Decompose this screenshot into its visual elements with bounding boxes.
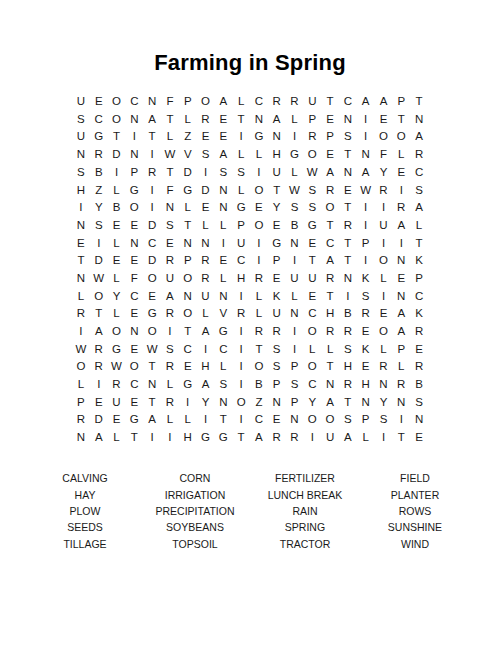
grid-cell-r2c7[interactable]: L: [179, 111, 197, 129]
grid-cell-r9c3[interactable]: L: [108, 235, 126, 253]
grid-cell-r4c2[interactable]: R: [90, 146, 108, 164]
grid-cell-r10c18[interactable]: O: [375, 252, 393, 270]
grid-cell-r4c1[interactable]: N: [72, 146, 90, 164]
grid-cell-r16c16[interactable]: H: [339, 358, 357, 376]
grid-cell-r17c7[interactable]: G: [179, 376, 197, 394]
grid-cell-r15c18[interactable]: L: [375, 341, 393, 359]
grid-cell-r10c8[interactable]: R: [197, 252, 215, 270]
grid-cell-r10c20[interactable]: K: [410, 252, 428, 270]
grid-cell-r7c10[interactable]: G: [232, 199, 250, 217]
grid-cell-r13c19[interactable]: A: [392, 305, 410, 323]
grid-cell-r20c18[interactable]: I: [375, 429, 393, 447]
grid-cell-r17c5[interactable]: N: [143, 376, 161, 394]
grid-cell-r3c7[interactable]: Z: [179, 128, 197, 146]
grid-cell-r11c3[interactable]: L: [108, 270, 126, 288]
grid-cell-r10c5[interactable]: D: [143, 252, 161, 270]
grid-cell-r14c2[interactable]: A: [90, 323, 108, 341]
grid-cell-r9c16[interactable]: T: [339, 235, 357, 253]
grid-cell-r12c2[interactable]: O: [90, 288, 108, 306]
grid-cell-r2c6[interactable]: T: [161, 111, 179, 129]
grid-cell-r19c9[interactable]: T: [214, 411, 232, 429]
grid-cell-r1c11[interactable]: C: [250, 93, 268, 111]
grid-cell-r18c19[interactable]: N: [392, 394, 410, 412]
grid-cell-r14c14[interactable]: O: [303, 323, 321, 341]
grid-cell-r15c20[interactable]: E: [410, 341, 428, 359]
grid-cell-r15c12[interactable]: S: [268, 341, 286, 359]
grid-cell-r11c6[interactable]: U: [161, 270, 179, 288]
grid-cell-r13c14[interactable]: C: [303, 305, 321, 323]
grid-cell-r16c11[interactable]: O: [250, 358, 268, 376]
grid-cell-r6c15[interactable]: R: [321, 181, 339, 199]
grid-cell-r8c7[interactable]: T: [179, 217, 197, 235]
grid-cell-r4c3[interactable]: D: [108, 146, 126, 164]
grid-cell-r19c7[interactable]: L: [179, 411, 197, 429]
grid-cell-r3c5[interactable]: T: [143, 128, 161, 146]
grid-cell-r10c4[interactable]: E: [125, 252, 143, 270]
grid-cell-r11c4[interactable]: F: [125, 270, 143, 288]
grid-cell-r2c10[interactable]: T: [232, 111, 250, 129]
grid-cell-r17c18[interactable]: N: [375, 376, 393, 394]
grid-cell-r1c8[interactable]: O: [197, 93, 215, 111]
grid-cell-r12c1[interactable]: L: [72, 288, 90, 306]
grid-cell-r19c1[interactable]: R: [72, 411, 90, 429]
grid-cell-r10c1[interactable]: T: [72, 252, 90, 270]
grid-cell-r16c14[interactable]: O: [303, 358, 321, 376]
grid-cell-r20c3[interactable]: L: [108, 429, 126, 447]
grid-cell-r10c2[interactable]: D: [90, 252, 108, 270]
grid-cell-r4c12[interactable]: H: [268, 146, 286, 164]
grid-cell-r15c11[interactable]: T: [250, 341, 268, 359]
grid-cell-r8c15[interactable]: T: [321, 217, 339, 235]
grid-cell-r6c9[interactable]: N: [214, 181, 232, 199]
grid-cell-r1c7[interactable]: P: [179, 93, 197, 111]
grid-cell-r9c4[interactable]: N: [125, 235, 143, 253]
grid-cell-r16c5[interactable]: T: [143, 358, 161, 376]
grid-cell-r19c6[interactable]: L: [161, 411, 179, 429]
grid-cell-r3c12[interactable]: N: [268, 128, 286, 146]
grid-cell-r9c10[interactable]: U: [232, 235, 250, 253]
grid-cell-r3c9[interactable]: E: [214, 128, 232, 146]
grid-cell-r16c3[interactable]: W: [108, 358, 126, 376]
grid-cell-r9c5[interactable]: C: [143, 235, 161, 253]
grid-cell-r18c20[interactable]: S: [410, 394, 428, 412]
grid-cell-r6c12[interactable]: T: [268, 181, 286, 199]
grid-cell-r1c10[interactable]: L: [232, 93, 250, 111]
grid-cell-r7c12[interactable]: Y: [268, 199, 286, 217]
grid-cell-r10c12[interactable]: P: [268, 252, 286, 270]
grid-cell-r3c4[interactable]: I: [125, 128, 143, 146]
grid-cell-r19c4[interactable]: G: [125, 411, 143, 429]
grid-cell-r20c8[interactable]: G: [197, 429, 215, 447]
grid-cell-r8c9[interactable]: L: [214, 217, 232, 235]
grid-cell-r3c11[interactable]: G: [250, 128, 268, 146]
grid-cell-r5c3[interactable]: I: [108, 164, 126, 182]
grid-cell-r20c12[interactable]: R: [268, 429, 286, 447]
grid-cell-r4c13[interactable]: G: [286, 146, 304, 164]
grid-cell-r10c16[interactable]: T: [339, 252, 357, 270]
grid-cell-r15c5[interactable]: W: [143, 341, 161, 359]
grid-cell-r6c13[interactable]: W: [286, 181, 304, 199]
grid-cell-r13c9[interactable]: V: [214, 305, 232, 323]
grid-cell-r6c4[interactable]: G: [125, 181, 143, 199]
grid-cell-r13c8[interactable]: L: [197, 305, 215, 323]
grid-cell-r1c6[interactable]: F: [161, 93, 179, 111]
grid-cell-r10c11[interactable]: I: [250, 252, 268, 270]
grid-cell-r19c10[interactable]: I: [232, 411, 250, 429]
grid-cell-r16c18[interactable]: R: [375, 358, 393, 376]
grid-cell-r11c20[interactable]: P: [410, 270, 428, 288]
grid-cell-r17c13[interactable]: S: [286, 376, 304, 394]
grid-cell-r14c17[interactable]: E: [357, 323, 375, 341]
grid-cell-r1c16[interactable]: C: [339, 93, 357, 111]
grid-cell-r12c18[interactable]: I: [375, 288, 393, 306]
grid-cell-r19c17[interactable]: P: [357, 411, 375, 429]
grid-cell-r16c13[interactable]: P: [286, 358, 304, 376]
grid-cell-r16c6[interactable]: R: [161, 358, 179, 376]
grid-cell-r6c11[interactable]: O: [250, 181, 268, 199]
grid-cell-r10c15[interactable]: A: [321, 252, 339, 270]
grid-cell-r2c9[interactable]: E: [214, 111, 232, 129]
grid-cell-r16c1[interactable]: O: [72, 358, 90, 376]
grid-cell-r4c11[interactable]: L: [250, 146, 268, 164]
grid-cell-r9c6[interactable]: E: [161, 235, 179, 253]
grid-cell-r18c13[interactable]: P: [286, 394, 304, 412]
grid-cell-r12c17[interactable]: S: [357, 288, 375, 306]
grid-cell-r8c10[interactable]: P: [232, 217, 250, 235]
grid-cell-r15c7[interactable]: C: [179, 341, 197, 359]
grid-cell-r1c4[interactable]: C: [125, 93, 143, 111]
grid-cell-r4c6[interactable]: W: [161, 146, 179, 164]
grid-cell-r5c13[interactable]: L: [286, 164, 304, 182]
grid-cell-r13c12[interactable]: U: [268, 305, 286, 323]
grid-cell-r9c14[interactable]: E: [303, 235, 321, 253]
grid-cell-r1c9[interactable]: A: [214, 93, 232, 111]
grid-cell-r10c19[interactable]: N: [392, 252, 410, 270]
grid-cell-r19c8[interactable]: I: [197, 411, 215, 429]
grid-cell-r9c9[interactable]: I: [214, 235, 232, 253]
grid-cell-r2c20[interactable]: N: [410, 111, 428, 129]
grid-cell-r8c16[interactable]: R: [339, 217, 357, 235]
grid-cell-r15c4[interactable]: E: [125, 341, 143, 359]
grid-cell-r17c4[interactable]: C: [125, 376, 143, 394]
grid-cell-r2c19[interactable]: T: [392, 111, 410, 129]
grid-cell-r3c10[interactable]: I: [232, 128, 250, 146]
grid-cell-r18c14[interactable]: Y: [303, 394, 321, 412]
grid-cell-r6c10[interactable]: L: [232, 181, 250, 199]
grid-cell-r1c12[interactable]: R: [268, 93, 286, 111]
grid-cell-r5c7[interactable]: D: [179, 164, 197, 182]
grid-cell-r15c14[interactable]: L: [303, 341, 321, 359]
grid-cell-r16c7[interactable]: E: [179, 358, 197, 376]
grid-cell-r11c7[interactable]: O: [179, 270, 197, 288]
grid-cell-r1c18[interactable]: A: [375, 93, 393, 111]
grid-cell-r3c3[interactable]: T: [108, 128, 126, 146]
grid-cell-r7c11[interactable]: E: [250, 199, 268, 217]
grid-cell-r4c14[interactable]: O: [303, 146, 321, 164]
grid-cell-r13c6[interactable]: R: [161, 305, 179, 323]
grid-cell-r19c12[interactable]: E: [268, 411, 286, 429]
grid-cell-r14c6[interactable]: I: [161, 323, 179, 341]
grid-cell-r2c11[interactable]: N: [250, 111, 268, 129]
grid-cell-r8c4[interactable]: E: [125, 217, 143, 235]
grid-cell-r4c20[interactable]: R: [410, 146, 428, 164]
grid-cell-r4c7[interactable]: V: [179, 146, 197, 164]
grid-cell-r20c2[interactable]: A: [90, 429, 108, 447]
grid-cell-r13c2[interactable]: T: [90, 305, 108, 323]
grid-cell-r18c18[interactable]: Y: [375, 394, 393, 412]
grid-cell-r15c9[interactable]: C: [214, 341, 232, 359]
grid-cell-r10c6[interactable]: R: [161, 252, 179, 270]
grid-cell-r19c5[interactable]: A: [143, 411, 161, 429]
grid-cell-r6c19[interactable]: I: [392, 181, 410, 199]
grid-cell-r10c3[interactable]: E: [108, 252, 126, 270]
grid-cell-r14c19[interactable]: A: [392, 323, 410, 341]
grid-cell-r3c1[interactable]: U: [72, 128, 90, 146]
grid-cell-r2c16[interactable]: N: [339, 111, 357, 129]
grid-cell-r16c9[interactable]: L: [214, 358, 232, 376]
grid-cell-r11c13[interactable]: U: [286, 270, 304, 288]
grid-cell-r13c17[interactable]: R: [357, 305, 375, 323]
grid-cell-r12c10[interactable]: I: [232, 288, 250, 306]
grid-cell-r8c13[interactable]: B: [286, 217, 304, 235]
grid-cell-r3c20[interactable]: A: [410, 128, 428, 146]
grid-cell-r13c3[interactable]: L: [108, 305, 126, 323]
grid-cell-r6c20[interactable]: S: [410, 181, 428, 199]
grid-cell-r4c18[interactable]: F: [375, 146, 393, 164]
grid-cell-r12c11[interactable]: L: [250, 288, 268, 306]
grid-cell-r18c10[interactable]: O: [232, 394, 250, 412]
grid-cell-r6c5[interactable]: I: [143, 181, 161, 199]
grid-cell-r18c7[interactable]: I: [179, 394, 197, 412]
grid-cell-r16c2[interactable]: R: [90, 358, 108, 376]
grid-cell-r20c17[interactable]: L: [357, 429, 375, 447]
grid-cell-r9c19[interactable]: I: [392, 235, 410, 253]
grid-cell-r8c1[interactable]: N: [72, 217, 90, 235]
grid-cell-r4c10[interactable]: L: [232, 146, 250, 164]
grid-cell-r18c5[interactable]: T: [143, 394, 161, 412]
grid-cell-r3c2[interactable]: G: [90, 128, 108, 146]
grid-cell-r20c11[interactable]: A: [250, 429, 268, 447]
grid-cell-r2c3[interactable]: O: [108, 111, 126, 129]
grid-cell-r1c20[interactable]: T: [410, 93, 428, 111]
grid-cell-r1c13[interactable]: R: [286, 93, 304, 111]
grid-cell-r11c10[interactable]: H: [232, 270, 250, 288]
grid-cell-r9c12[interactable]: G: [268, 235, 286, 253]
grid-cell-r20c19[interactable]: T: [392, 429, 410, 447]
grid-cell-r14c1[interactable]: I: [72, 323, 90, 341]
grid-cell-r17c12[interactable]: P: [268, 376, 286, 394]
grid-cell-r10c14[interactable]: T: [303, 252, 321, 270]
grid-cell-r14c10[interactable]: I: [232, 323, 250, 341]
grid-cell-r7c4[interactable]: O: [125, 199, 143, 217]
grid-cell-r19c20[interactable]: N: [410, 411, 428, 429]
grid-cell-r2c15[interactable]: E: [321, 111, 339, 129]
grid-cell-r17c1[interactable]: L: [72, 376, 90, 394]
grid-cell-r12c13[interactable]: L: [286, 288, 304, 306]
grid-cell-r8c3[interactable]: E: [108, 217, 126, 235]
grid-cell-r13c20[interactable]: K: [410, 305, 428, 323]
grid-cell-r7c15[interactable]: O: [321, 199, 339, 217]
grid-cell-r8c8[interactable]: L: [197, 217, 215, 235]
grid-cell-r6c18[interactable]: R: [375, 181, 393, 199]
grid-cell-r1c15[interactable]: T: [321, 93, 339, 111]
grid-cell-r10c13[interactable]: I: [286, 252, 304, 270]
grid-cell-r16c4[interactable]: O: [125, 358, 143, 376]
grid-cell-r19c2[interactable]: D: [90, 411, 108, 429]
grid-cell-r2c5[interactable]: A: [143, 111, 161, 129]
grid-cell-r9c2[interactable]: I: [90, 235, 108, 253]
grid-cell-r7c14[interactable]: S: [303, 199, 321, 217]
grid-cell-r13c18[interactable]: E: [375, 305, 393, 323]
grid-cell-r11c15[interactable]: R: [321, 270, 339, 288]
grid-cell-r3c13[interactable]: I: [286, 128, 304, 146]
grid-cell-r18c11[interactable]: Z: [250, 394, 268, 412]
grid-cell-r6c16[interactable]: E: [339, 181, 357, 199]
grid-cell-r4c19[interactable]: L: [392, 146, 410, 164]
grid-cell-r14c12[interactable]: R: [268, 323, 286, 341]
grid-cell-r14c3[interactable]: O: [108, 323, 126, 341]
grid-cell-r20c5[interactable]: I: [143, 429, 161, 447]
grid-cell-r7c8[interactable]: E: [197, 199, 215, 217]
grid-cell-r7c19[interactable]: R: [392, 199, 410, 217]
grid-cell-r11c2[interactable]: W: [90, 270, 108, 288]
grid-cell-r2c1[interactable]: S: [72, 111, 90, 129]
grid-cell-r17c9[interactable]: S: [214, 376, 232, 394]
grid-cell-r3c17[interactable]: I: [357, 128, 375, 146]
grid-cell-r11c9[interactable]: L: [214, 270, 232, 288]
grid-cell-r20c7[interactable]: H: [179, 429, 197, 447]
grid-cell-r18c6[interactable]: R: [161, 394, 179, 412]
grid-cell-r10c7[interactable]: P: [179, 252, 197, 270]
grid-cell-r11c17[interactable]: K: [357, 270, 375, 288]
grid-cell-r14c4[interactable]: N: [125, 323, 143, 341]
grid-cell-r12c6[interactable]: A: [161, 288, 179, 306]
grid-cell-r17c15[interactable]: N: [321, 376, 339, 394]
grid-cell-r8c11[interactable]: O: [250, 217, 268, 235]
grid-cell-r11c1[interactable]: N: [72, 270, 90, 288]
grid-cell-r4c8[interactable]: S: [197, 146, 215, 164]
grid-cell-r13c10[interactable]: R: [232, 305, 250, 323]
grid-cell-r5c17[interactable]: A: [357, 164, 375, 182]
grid-cell-r16c10[interactable]: I: [232, 358, 250, 376]
grid-cell-r18c17[interactable]: N: [357, 394, 375, 412]
grid-cell-r11c12[interactable]: E: [268, 270, 286, 288]
grid-cell-r20c20[interactable]: E: [410, 429, 428, 447]
grid-cell-r5c11[interactable]: I: [250, 164, 268, 182]
grid-cell-r5c1[interactable]: S: [72, 164, 90, 182]
grid-cell-r7c17[interactable]: I: [357, 199, 375, 217]
grid-cell-r2c2[interactable]: C: [90, 111, 108, 129]
grid-cell-r4c4[interactable]: N: [125, 146, 143, 164]
grid-cell-r12c5[interactable]: E: [143, 288, 161, 306]
grid-cell-r5c16[interactable]: N: [339, 164, 357, 182]
grid-cell-r2c18[interactable]: E: [375, 111, 393, 129]
grid-cell-r3c6[interactable]: L: [161, 128, 179, 146]
grid-cell-r17c11[interactable]: B: [250, 376, 268, 394]
grid-cell-r20c16[interactable]: A: [339, 429, 357, 447]
grid-cell-r8c14[interactable]: G: [303, 217, 321, 235]
grid-cell-r18c9[interactable]: N: [214, 394, 232, 412]
grid-cell-r12c12[interactable]: K: [268, 288, 286, 306]
grid-cell-r7c7[interactable]: L: [179, 199, 197, 217]
grid-cell-r12c15[interactable]: T: [321, 288, 339, 306]
grid-cell-r11c19[interactable]: E: [392, 270, 410, 288]
grid-cell-r19c19[interactable]: I: [392, 411, 410, 429]
grid-cell-r1c19[interactable]: P: [392, 93, 410, 111]
grid-cell-r7c20[interactable]: A: [410, 199, 428, 217]
grid-cell-r13c16[interactable]: B: [339, 305, 357, 323]
grid-cell-r2c12[interactable]: A: [268, 111, 286, 129]
grid-cell-r18c3[interactable]: U: [108, 394, 126, 412]
grid-cell-r14c18[interactable]: O: [375, 323, 393, 341]
grid-cell-r8c17[interactable]: I: [357, 217, 375, 235]
grid-cell-r5c2[interactable]: B: [90, 164, 108, 182]
grid-cell-r4c16[interactable]: T: [339, 146, 357, 164]
grid-cell-r11c11[interactable]: R: [250, 270, 268, 288]
grid-cell-r12c19[interactable]: N: [392, 288, 410, 306]
grid-cell-r15c6[interactable]: S: [161, 341, 179, 359]
grid-cell-r7c1[interactable]: I: [72, 199, 90, 217]
grid-cell-r7c2[interactable]: Y: [90, 199, 108, 217]
grid-cell-r18c4[interactable]: E: [125, 394, 143, 412]
grid-cell-r19c18[interactable]: S: [375, 411, 393, 429]
grid-cell-r12c8[interactable]: U: [197, 288, 215, 306]
grid-cell-r15c2[interactable]: R: [90, 341, 108, 359]
grid-cell-r5c20[interactable]: C: [410, 164, 428, 182]
grid-cell-r16c8[interactable]: H: [197, 358, 215, 376]
grid-cell-r6c8[interactable]: D: [197, 181, 215, 199]
grid-cell-r3c14[interactable]: R: [303, 128, 321, 146]
grid-cell-r10c9[interactable]: E: [214, 252, 232, 270]
grid-cell-r17c19[interactable]: R: [392, 376, 410, 394]
grid-cell-r14c15[interactable]: R: [321, 323, 339, 341]
grid-cell-r14c13[interactable]: I: [286, 323, 304, 341]
grid-cell-r18c15[interactable]: A: [321, 394, 339, 412]
grid-cell-r12c14[interactable]: E: [303, 288, 321, 306]
grid-cell-r20c14[interactable]: I: [303, 429, 321, 447]
grid-cell-r5c15[interactable]: A: [321, 164, 339, 182]
grid-cell-r13c1[interactable]: R: [72, 305, 90, 323]
grid-cell-r9c13[interactable]: N: [286, 235, 304, 253]
grid-cell-r19c13[interactable]: N: [286, 411, 304, 429]
grid-cell-r13c15[interactable]: H: [321, 305, 339, 323]
grid-cell-r20c1[interactable]: N: [72, 429, 90, 447]
grid-cell-r6c2[interactable]: Z: [90, 181, 108, 199]
grid-cell-r14c11[interactable]: R: [250, 323, 268, 341]
grid-cell-r17c17[interactable]: H: [357, 376, 375, 394]
grid-cell-r5c18[interactable]: Y: [375, 164, 393, 182]
grid-cell-r3c18[interactable]: O: [375, 128, 393, 146]
grid-cell-r17c3[interactable]: R: [108, 376, 126, 394]
grid-cell-r13c13[interactable]: N: [286, 305, 304, 323]
grid-cell-r7c3[interactable]: B: [108, 199, 126, 217]
grid-cell-r11c18[interactable]: L: [375, 270, 393, 288]
grid-cell-r16c20[interactable]: R: [410, 358, 428, 376]
grid-cell-r15c1[interactable]: W: [72, 341, 90, 359]
grid-cell-r11c16[interactable]: N: [339, 270, 357, 288]
grid-cell-r4c5[interactable]: I: [143, 146, 161, 164]
grid-cell-r6c3[interactable]: L: [108, 181, 126, 199]
grid-cell-r17c20[interactable]: B: [410, 376, 428, 394]
grid-cell-r1c3[interactable]: O: [108, 93, 126, 111]
grid-cell-r15c13[interactable]: I: [286, 341, 304, 359]
grid-cell-r7c16[interactable]: T: [339, 199, 357, 217]
grid-cell-r5c6[interactable]: T: [161, 164, 179, 182]
grid-cell-r18c12[interactable]: N: [268, 394, 286, 412]
grid-cell-r6c7[interactable]: G: [179, 181, 197, 199]
grid-cell-r14c7[interactable]: T: [179, 323, 197, 341]
grid-cell-r9c1[interactable]: E: [72, 235, 90, 253]
